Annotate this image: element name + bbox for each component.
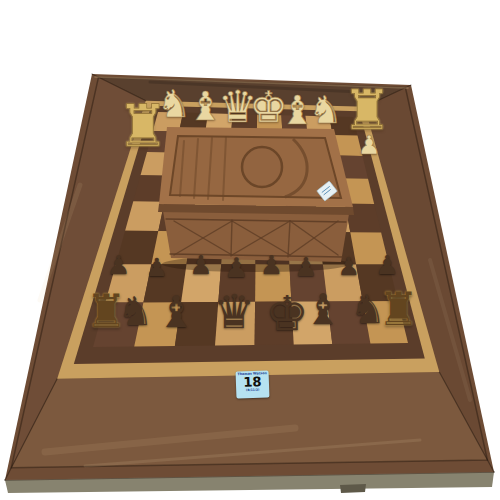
- black-queen: ♛: [213, 288, 255, 335]
- black-pawn-7: ♟: [337, 254, 359, 279]
- auction-lot-sticker: Thomas Watson 18 (B/11/2): [236, 370, 270, 398]
- black-pawn-8: ♟: [375, 252, 398, 278]
- lot-number: 18: [236, 375, 269, 389]
- lot-code: (B/11/2): [236, 387, 269, 392]
- black-rook-right: ♜: [378, 285, 419, 331]
- black-pawn-2: ♟: [145, 255, 167, 280]
- black-pawn-1: ♟: [107, 253, 130, 279]
- black-bishop-left: ♝: [157, 289, 196, 333]
- black-pawn-4: ♟: [224, 253, 248, 280]
- white-knight-queenside: ♞: [157, 85, 191, 123]
- black-king: ♚: [265, 289, 308, 337]
- white-knight-kingside: ♞: [308, 91, 342, 129]
- black-knight-left: ♞: [117, 291, 153, 331]
- board-edge-notch: [340, 484, 366, 493]
- chess-board: [0, 0, 500, 500]
- black-pawn-5: ♟: [260, 252, 283, 278]
- auction-lot-sticker-inner: Thomas Watson 18 (B/11/2): [236, 370, 270, 398]
- black-pawn-6: ♟: [294, 254, 317, 280]
- box-head-relief: [242, 147, 282, 187]
- white-pawn-visible: ♟: [358, 132, 381, 158]
- auction-photo: ♜♞♝♛♚♝♞♜♟♟♟♟♟♟♟♟♟♜♞♝♛♚♝♞♜ Thomas Watson …: [0, 0, 500, 500]
- black-pawn-3: ♟: [189, 252, 212, 278]
- black-bishop-right: ♝: [304, 290, 342, 332]
